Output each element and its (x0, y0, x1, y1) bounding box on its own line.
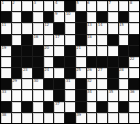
crossword-cell[interactable] (33, 102, 43, 112)
clue-number: 35 (108, 90, 113, 94)
clue-number: 15 (119, 23, 124, 27)
black-cell (129, 35, 139, 45)
clue-number: 5 (76, 1, 78, 5)
black-cell (119, 57, 129, 67)
crossword-cell[interactable]: 24 (44, 68, 54, 78)
crossword-cell[interactable]: 37 (54, 102, 64, 112)
crossword-cell[interactable]: 30 (33, 79, 43, 89)
clue-number: 38 (2, 113, 7, 117)
crossword-cell[interactable]: 15 (119, 23, 129, 33)
black-cell (22, 57, 32, 67)
black-cell (44, 102, 54, 112)
crossword-cell[interactable] (54, 68, 64, 78)
clue-number: 33 (2, 90, 7, 94)
black-cell (76, 90, 86, 100)
clue-number: 17 (55, 35, 60, 39)
crossword-cell[interactable]: 16 (33, 35, 43, 45)
crossword-cell[interactable]: 22 (129, 57, 139, 67)
crossword-cell[interactable] (97, 113, 107, 123)
crossword-cell[interactable] (44, 90, 54, 100)
clue-number: 16 (34, 35, 39, 39)
crossword-cell[interactable] (44, 1, 54, 11)
black-cell (76, 79, 86, 89)
crossword-cell[interactable] (1, 68, 11, 78)
crossword-cell[interactable] (129, 113, 139, 123)
crossword-cell[interactable] (54, 113, 64, 123)
crossword-cell[interactable]: 19 (1, 46, 11, 56)
clue-number: 4 (55, 1, 57, 5)
crossword-cell[interactable]: 14 (97, 23, 107, 33)
crossword-cell[interactable] (65, 102, 75, 112)
crossword-cell[interactable] (12, 35, 22, 45)
black-cell (65, 46, 75, 56)
crossword-cell[interactable]: 17 (54, 35, 64, 45)
clue-number: 21 (76, 46, 81, 50)
crossword-cell[interactable]: 34 (87, 90, 97, 100)
crossword-cell[interactable]: 26 (87, 68, 97, 78)
crossword-cell[interactable]: 6 (87, 1, 97, 11)
crossword-cell[interactable]: 33 (1, 90, 11, 100)
crossword-cell[interactable]: 12 (44, 23, 54, 33)
crossword-cell[interactable] (87, 102, 97, 112)
black-cell (22, 35, 32, 45)
crossword-cell[interactable] (1, 57, 11, 67)
clue-number: 1 (2, 1, 4, 5)
clue-number: 32 (87, 79, 92, 83)
black-cell (1, 79, 11, 89)
crossword-cell[interactable]: 28 (119, 68, 129, 78)
clue-number: 2 (12, 1, 14, 5)
crossword-cell[interactable]: 11 (1, 23, 11, 33)
clue-number: 6 (87, 1, 89, 5)
crossword-cell[interactable] (97, 90, 107, 100)
crossword-cell[interactable] (33, 12, 43, 22)
black-cell (108, 68, 118, 78)
crossword-cell[interactable] (119, 35, 129, 45)
black-cell (54, 57, 64, 67)
crossword-cell[interactable] (22, 90, 32, 100)
clue-number: 25 (76, 68, 81, 72)
crossword-cell[interactable] (97, 79, 107, 89)
black-cell (44, 12, 54, 22)
clue-number: 14 (98, 23, 103, 27)
crossword-cell[interactable] (129, 23, 139, 33)
black-cell (108, 35, 118, 45)
crossword-cell[interactable] (12, 23, 22, 33)
clue-number: 7 (108, 1, 110, 5)
crossword-cell[interactable]: 1 (1, 1, 11, 11)
black-cell (1, 102, 11, 112)
crossword-cell[interactable] (12, 12, 22, 22)
black-cell (97, 12, 107, 22)
crossword-cell[interactable] (44, 35, 54, 45)
black-cell (1, 35, 11, 45)
crossword-cell[interactable]: 18 (87, 35, 97, 45)
black-cell (54, 23, 64, 33)
crossword-cell[interactable] (22, 1, 32, 11)
clue-number: 30 (34, 79, 39, 83)
crossword-cell[interactable]: 38 (1, 113, 11, 123)
black-cell (1, 12, 11, 22)
crossword-cell[interactable] (129, 68, 139, 78)
black-cell (119, 12, 129, 22)
black-cell (65, 113, 75, 123)
crossword-cell[interactable] (108, 12, 118, 22)
crossword-cell[interactable] (97, 46, 107, 56)
crossword-cell[interactable] (22, 23, 32, 33)
crossword-cell[interactable]: 8 (129, 1, 139, 11)
clue-number: 10 (66, 12, 71, 16)
black-cell (76, 23, 86, 33)
crossword-cell[interactable] (108, 102, 118, 112)
crossword-cell[interactable] (65, 35, 75, 45)
black-cell (119, 46, 129, 56)
crossword-cell[interactable]: 29 (12, 79, 22, 89)
black-cell (97, 102, 107, 112)
clue-number: 19 (2, 46, 7, 50)
crossword-cell[interactable] (108, 23, 118, 33)
crossword-cell[interactable] (44, 57, 54, 67)
crossword-cell[interactable] (129, 12, 139, 22)
crossword-cell[interactable] (22, 79, 32, 89)
crossword-cell[interactable] (108, 46, 118, 56)
black-cell (76, 102, 86, 112)
crossword-cell[interactable]: 31 (65, 79, 75, 89)
crossword-cell[interactable]: 35 (108, 90, 118, 100)
clue-number: 29 (12, 79, 17, 83)
clue-number: 22 (130, 57, 135, 61)
clue-number: 3 (34, 1, 36, 5)
crossword-cell[interactable]: 21 (76, 46, 86, 56)
black-cell (22, 46, 32, 56)
crossword-cell[interactable] (76, 57, 86, 67)
black-cell (119, 102, 129, 112)
crossword-cell[interactable]: 10 (65, 12, 75, 22)
clue-number: 34 (87, 90, 92, 94)
black-cell (76, 35, 86, 45)
black-cell (54, 79, 64, 89)
crossword-board: 1234567891011121314151617181920212223242… (0, 0, 140, 124)
black-cell (65, 57, 75, 67)
clue-number: 9 (55, 12, 57, 16)
crossword-cell[interactable]: 36 (129, 90, 139, 100)
clue-number: 13 (87, 23, 92, 27)
crossword-cell[interactable]: 9 (54, 12, 64, 22)
crossword-cell[interactable]: 39 (76, 113, 86, 123)
crossword-cell[interactable] (22, 113, 32, 123)
clue-number: 26 (87, 68, 92, 72)
crossword-cell[interactable] (97, 35, 107, 45)
crossword-cell[interactable]: 5 (76, 1, 86, 11)
clue-number: 39 (76, 113, 81, 117)
crossword-cell[interactable] (87, 113, 97, 123)
crossword-cell[interactable]: 3 (33, 1, 43, 11)
clue-number: 36 (130, 90, 135, 94)
black-cell (22, 12, 32, 22)
crossword-cell[interactable] (87, 12, 97, 22)
crossword-cell[interactable] (33, 23, 43, 33)
black-cell (33, 57, 43, 67)
crossword-cell[interactable] (12, 102, 22, 112)
black-cell (87, 57, 97, 67)
black-cell (12, 57, 22, 67)
clue-number: 12 (44, 23, 49, 27)
crossword-cell[interactable] (44, 113, 54, 123)
crossword-cell[interactable] (87, 46, 97, 56)
black-cell (97, 57, 107, 67)
black-cell (76, 12, 86, 22)
crossword-cell[interactable]: 7 (108, 1, 118, 11)
black-cell (65, 1, 75, 11)
crossword-cell[interactable]: 25 (76, 68, 86, 78)
black-cell (129, 46, 139, 56)
crossword-cell[interactable] (108, 113, 118, 123)
black-cell (12, 68, 22, 78)
black-cell (33, 68, 43, 78)
crossword-cell[interactable] (12, 113, 22, 123)
crossword-cell[interactable] (119, 1, 129, 11)
crossword-cell[interactable] (129, 102, 139, 112)
crossword-cell[interactable]: 23 (22, 68, 32, 78)
clue-number: 31 (66, 79, 71, 83)
crossword-cell[interactable] (33, 113, 43, 123)
clue-number: 18 (87, 35, 92, 39)
black-cell (108, 79, 118, 89)
crossword-cell[interactable] (65, 23, 75, 33)
clue-number: 28 (119, 68, 124, 72)
crossword-cell[interactable] (12, 90, 22, 100)
clue-number: 8 (130, 1, 132, 5)
crossword-cell[interactable]: 20 (44, 46, 54, 56)
black-cell (44, 79, 54, 89)
black-cell (108, 57, 118, 67)
crossword-cell[interactable]: 2 (12, 1, 22, 11)
black-cell (33, 46, 43, 56)
black-cell (129, 79, 139, 89)
crossword-cell[interactable] (97, 1, 107, 11)
crossword-cell[interactable]: 4 (54, 1, 64, 11)
crossword-cell[interactable] (33, 90, 43, 100)
clue-number: 23 (23, 68, 28, 72)
clue-number: 37 (55, 102, 60, 106)
crossword-cell[interactable]: 27 (97, 68, 107, 78)
crossword-cell[interactable] (119, 113, 129, 123)
crossword-cell[interactable] (54, 46, 64, 56)
black-cell (65, 68, 75, 78)
crossword-cell[interactable] (119, 90, 129, 100)
crossword-cell[interactable] (65, 90, 75, 100)
crossword-cell[interactable] (119, 79, 129, 89)
crossword-cell[interactable]: 13 (87, 23, 97, 33)
crossword-cell[interactable]: 32 (87, 79, 97, 89)
black-cell (12, 46, 22, 56)
clue-number: 20 (44, 46, 49, 50)
black-cell (54, 90, 64, 100)
clue-number: 24 (44, 68, 49, 72)
clue-number: 27 (98, 68, 103, 72)
black-cell (22, 102, 32, 112)
clue-number: 11 (2, 23, 7, 27)
